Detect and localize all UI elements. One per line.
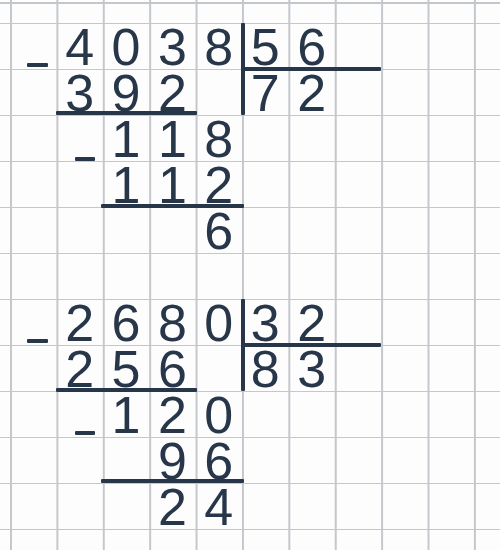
digit-cell: 2 [196,161,242,207]
digit-cell: 0 [103,23,149,69]
digit-cell: 0 [196,391,242,437]
digit-cell: 1 [149,115,195,161]
digit-cell: 6 [196,207,242,253]
under-112-line [101,204,244,208]
digit-cell: 1 [103,161,149,207]
minus-sign-2 [75,157,95,161]
digit-cell: 5 [242,23,288,69]
under-256-line [56,388,197,392]
digit-cell: 1 [103,391,149,437]
under-96-line [101,479,244,483]
digit-cell: 3 [149,23,195,69]
under-divisor-line-2 [242,343,381,347]
digit-cell: 4 [196,483,242,529]
digit-cell: 2 [149,69,195,115]
digit-cell: 8 [196,23,242,69]
digit-cell: 3 [56,69,102,115]
minus-sign-3 [27,339,48,343]
digit-cell: 7 [242,69,288,115]
digit-cell: 2 [288,299,334,345]
digit-cell: 8 [242,345,288,391]
digit-cell: 3 [242,299,288,345]
digit-cell: 2 [56,345,102,391]
digit-cell: 2 [56,299,102,345]
top-partial-gridline [0,2,500,4]
digit-cell: 6 [288,23,334,69]
digit-cell: 1 [149,161,195,207]
squared-paper-board: 403856392721181126268032256831209624 [0,0,500,550]
digit-cell: 4 [56,23,102,69]
digit-cell: 2 [288,69,334,115]
digit-cell: 3 [288,345,334,391]
digit-cell: 8 [149,299,195,345]
digit-cell: 9 [149,437,195,483]
digit-cell: 8 [196,115,242,161]
digit-cell: 9 [103,69,149,115]
digit-cell: 2 [149,483,195,529]
minus-sign-4 [75,431,95,435]
digit-cell: 6 [149,345,195,391]
under-392-line [56,111,197,115]
digit-cell: 6 [103,299,149,345]
digit-cell: 1 [103,115,149,161]
minus-sign-1 [27,63,48,67]
under-divisor-line-1 [242,67,381,71]
digit-cell: 6 [196,437,242,483]
digit-cell: 2 [149,391,195,437]
digit-cell: 0 [196,299,242,345]
digit-cell: 5 [103,345,149,391]
